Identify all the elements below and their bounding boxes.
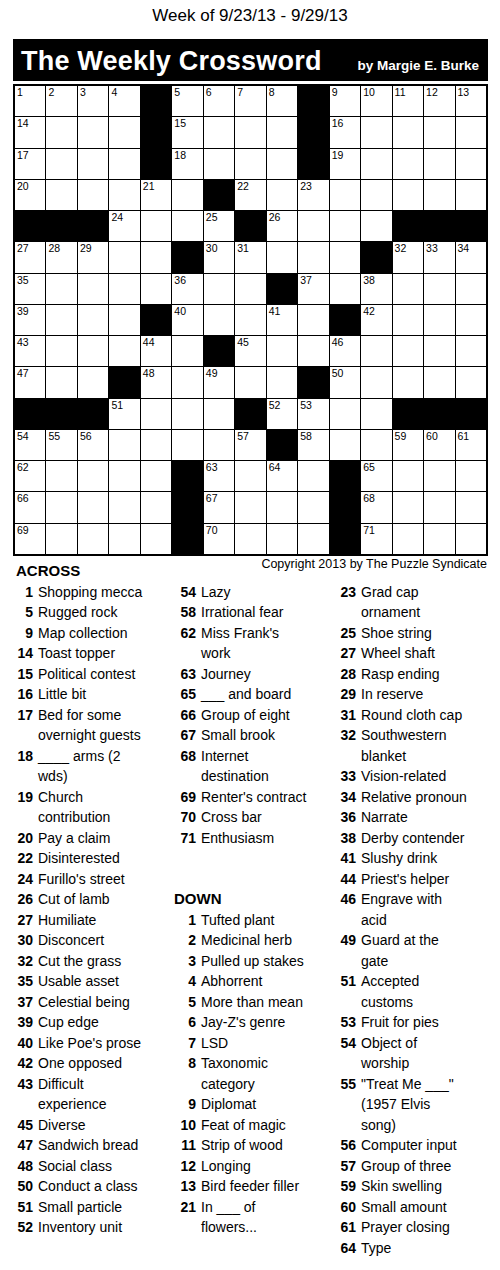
- cell-r9c11[interactable]: 46: [330, 336, 360, 366]
- cell-r2c7[interactable]: [204, 117, 234, 147]
- cell-r6c5[interactable]: [141, 242, 171, 272]
- clue-number: 32: [16, 951, 33, 972]
- clue-number: 32: [334, 725, 356, 766]
- cell-r9c2[interactable]: [46, 336, 76, 366]
- cell-r11c5[interactable]: [141, 399, 171, 429]
- cell-r11c10[interactable]: 53: [298, 399, 328, 429]
- cell-r1c7[interactable]: 6: [204, 86, 234, 116]
- cell-r4c13[interactable]: [393, 180, 423, 210]
- cell-r1c15[interactable]: 13: [456, 86, 486, 116]
- cell-number: 53: [300, 399, 312, 412]
- cell-r14c1[interactable]: 66: [15, 492, 45, 522]
- cell-r9c6[interactable]: [172, 336, 202, 366]
- clue-number: 59: [334, 1176, 356, 1197]
- cell-r14c15[interactable]: [456, 492, 486, 522]
- clue-text: Abhorrent: [201, 971, 310, 992]
- cell-r6c1[interactable]: 27: [15, 242, 45, 272]
- cell-r8c2[interactable]: [46, 305, 76, 335]
- cell-r15c5[interactable]: [141, 524, 171, 554]
- cell-r8c14[interactable]: [424, 305, 454, 335]
- cell-r1c13[interactable]: 11: [393, 86, 423, 116]
- cell-r3c14[interactable]: [424, 149, 454, 179]
- cell-r14c13[interactable]: [393, 492, 423, 522]
- cell-r3c12[interactable]: [361, 149, 391, 179]
- clue-across-40: 40Like Poe's prose: [16, 1033, 150, 1054]
- clue-text: More than mean: [201, 992, 310, 1013]
- cell-r4c6[interactable]: [172, 180, 202, 210]
- clue-number: 65: [174, 684, 196, 705]
- clue-number: 2: [174, 930, 196, 951]
- cell-r13c14[interactable]: [424, 461, 454, 491]
- cell-r12c12[interactable]: [361, 430, 391, 460]
- cell-r15c2[interactable]: [46, 524, 76, 554]
- clue-text: Small amount: [361, 1197, 468, 1218]
- cell-r6c13[interactable]: 32: [393, 242, 423, 272]
- cell-r3c3[interactable]: [78, 149, 108, 179]
- cell-r14c8[interactable]: [235, 492, 265, 522]
- cell-r13c8[interactable]: [235, 461, 265, 491]
- cell-number: 52: [269, 399, 281, 412]
- clue-text: Conduct a class: [38, 1176, 150, 1197]
- cell-r2c14[interactable]: [424, 117, 454, 147]
- clue-across-70: 70Cross bar: [174, 807, 310, 828]
- cell-r12c4[interactable]: [109, 430, 139, 460]
- clue-across-54: 54Lazy: [174, 582, 310, 603]
- cell-r8c9[interactable]: 41: [267, 305, 297, 335]
- cell-r12c15[interactable]: 61: [456, 430, 486, 460]
- clue-across-47: 47Sandwich bread: [16, 1135, 150, 1156]
- cell-r6c14[interactable]: 33: [424, 242, 454, 272]
- cell-r1c4[interactable]: 4: [109, 86, 139, 116]
- cell-r15c7[interactable]: 70: [204, 524, 234, 554]
- cell-r1c6[interactable]: 5: [172, 86, 202, 116]
- cell-number: 61: [458, 430, 470, 443]
- clue-down-57: 57Group of three: [334, 1156, 468, 1177]
- cell-r15c8[interactable]: [235, 524, 265, 554]
- cell-number: 37: [300, 274, 312, 287]
- cell-r2c6[interactable]: 15: [172, 117, 202, 147]
- cell-r3c15[interactable]: [456, 149, 486, 179]
- clue-text: Little bit: [38, 684, 150, 705]
- cell-r4c11[interactable]: [330, 180, 360, 210]
- cell-r14c4[interactable]: [109, 492, 139, 522]
- cell-r14c14[interactable]: [424, 492, 454, 522]
- cell-r14c5[interactable]: [141, 492, 171, 522]
- clue-text: Journey: [201, 664, 310, 685]
- cell-r5c7[interactable]: 25: [204, 211, 234, 241]
- cell-r7c5[interactable]: [141, 274, 171, 304]
- cell-r6c8[interactable]: 31: [235, 242, 265, 272]
- clue-down-12: 12Longing: [174, 1156, 310, 1177]
- clue-text: Group of three: [361, 1156, 468, 1177]
- clue-down-4: 4Abhorrent: [174, 971, 310, 992]
- clue-down-38: 38Derby contender: [334, 828, 468, 849]
- cell-r8c7[interactable]: [204, 305, 234, 335]
- clue-down-29: 29In reserve: [334, 684, 468, 705]
- black-cell-r5c13: [393, 211, 423, 241]
- cell-r9c10[interactable]: [298, 336, 328, 366]
- cell-r10c3[interactable]: [78, 367, 108, 397]
- cell-r6c11[interactable]: [330, 242, 360, 272]
- cell-r15c15[interactable]: [456, 524, 486, 554]
- cell-r12c13[interactable]: 59: [393, 430, 423, 460]
- cell-number: 64: [269, 461, 281, 474]
- clue-number: 62: [174, 623, 196, 664]
- clue-number: 29: [334, 684, 356, 705]
- clue-number: 35: [16, 971, 33, 992]
- cell-r2c3[interactable]: [78, 117, 108, 147]
- cell-r9c1[interactable]: 43: [15, 336, 45, 366]
- cell-r10c12[interactable]: [361, 367, 391, 397]
- cell-r14c10[interactable]: [298, 492, 328, 522]
- cell-r15c3[interactable]: [78, 524, 108, 554]
- cell-r7c8[interactable]: [235, 274, 265, 304]
- cell-r6c15[interactable]: 34: [456, 242, 486, 272]
- cell-r9c8[interactable]: 45: [235, 336, 265, 366]
- clue-across-1: 1Shopping mecca: [16, 582, 150, 603]
- cell-r10c5[interactable]: 48: [141, 367, 171, 397]
- clue-number: 64: [334, 1238, 356, 1259]
- cell-r8c12[interactable]: 42: [361, 305, 391, 335]
- clue-column-2: 54Lazy58Irrational fear62Miss Frank's wo…: [174, 561, 310, 1238]
- cell-r4c10[interactable]: 23: [298, 180, 328, 210]
- cell-r3c8[interactable]: [235, 149, 265, 179]
- cell-r9c9[interactable]: [267, 336, 297, 366]
- black-cell-r11c13: [393, 399, 423, 429]
- cell-r7c1[interactable]: 35: [15, 274, 45, 304]
- clue-text: Inventory unit: [38, 1217, 150, 1238]
- cell-r8c15[interactable]: [456, 305, 486, 335]
- cell-r14c2[interactable]: [46, 492, 76, 522]
- cell-r10c9[interactable]: [267, 367, 297, 397]
- cell-r7c13[interactable]: [393, 274, 423, 304]
- clue-down-10: 10Feat of magic: [174, 1115, 310, 1136]
- title-bar: The Weekly Crossword by Margie E. Burke: [13, 39, 488, 81]
- clue-text: ___ and board: [201, 684, 310, 705]
- clue-text: Slushy drink: [361, 848, 468, 869]
- cell-r2c1[interactable]: 14: [15, 117, 45, 147]
- cell-r7c10[interactable]: 37: [298, 274, 328, 304]
- clue-across-48: 48Social class: [16, 1156, 150, 1177]
- black-cell-r12c9: [267, 430, 297, 460]
- cell-r12c11[interactable]: [330, 430, 360, 460]
- cell-r14c12[interactable]: 68: [361, 492, 391, 522]
- clue-text: Relative pronoun: [361, 787, 468, 808]
- cell-r2c2[interactable]: [46, 117, 76, 147]
- cell-r2c15[interactable]: [456, 117, 486, 147]
- cell-r4c2[interactable]: [46, 180, 76, 210]
- cell-r7c2[interactable]: [46, 274, 76, 304]
- cell-number: 56: [80, 430, 92, 443]
- cell-number: 54: [17, 430, 29, 443]
- cell-r12c14[interactable]: 60: [424, 430, 454, 460]
- cell-r15c12[interactable]: 71: [361, 524, 391, 554]
- cell-r1c3[interactable]: 3: [78, 86, 108, 116]
- clue-text: Small particle: [38, 1197, 150, 1218]
- cell-r2c13[interactable]: [393, 117, 423, 147]
- clue-text: Accepted customs: [361, 971, 468, 1012]
- cell-r9c14[interactable]: [424, 336, 454, 366]
- clue-across-18: 18____ arms (2 wds): [16, 746, 150, 787]
- cell-number: 68: [363, 492, 375, 505]
- cell-r15c9[interactable]: [267, 524, 297, 554]
- clue-number: 52: [16, 1217, 33, 1238]
- cell-r8c4[interactable]: [109, 305, 139, 335]
- cell-r10c2[interactable]: [46, 367, 76, 397]
- cell-number: 45: [237, 336, 249, 349]
- cell-r9c15[interactable]: [456, 336, 486, 366]
- clue-text: Renter's contract: [201, 787, 310, 808]
- clue-text: Wheel shaft: [361, 643, 468, 664]
- cell-r10c1[interactable]: 47: [15, 367, 45, 397]
- cell-r6c3[interactable]: 29: [78, 242, 108, 272]
- clue-number: 34: [334, 787, 356, 808]
- black-cell-r11c2: [46, 399, 76, 429]
- clue-text: In ___ of flowers...: [201, 1197, 310, 1238]
- cell-r12c3[interactable]: 56: [78, 430, 108, 460]
- cell-r1c12[interactable]: 10: [361, 86, 391, 116]
- clue-text: Internet destination: [201, 746, 310, 787]
- cell-r7c12[interactable]: 38: [361, 274, 391, 304]
- cell-r4c14[interactable]: [424, 180, 454, 210]
- cell-r11c11[interactable]: [330, 399, 360, 429]
- cell-r15c10[interactable]: [298, 524, 328, 554]
- cell-r6c2[interactable]: 28: [46, 242, 76, 272]
- black-cell-r8c11: [330, 305, 360, 335]
- clue-text: Disinterested: [38, 848, 150, 869]
- clue-text: Fruit for pies: [361, 1012, 468, 1033]
- cell-r6c9[interactable]: [267, 242, 297, 272]
- cell-number: 70: [206, 524, 218, 537]
- cell-r8c10[interactable]: [298, 305, 328, 335]
- cell-r3c7[interactable]: [204, 149, 234, 179]
- cell-r4c5[interactable]: 21: [141, 180, 171, 210]
- cell-r7c15[interactable]: [456, 274, 486, 304]
- cell-r12c7[interactable]: [204, 430, 234, 460]
- clue-down-60: 60Small amount: [334, 1197, 468, 1218]
- cell-r11c9[interactable]: 52: [267, 399, 297, 429]
- black-cell-r3c5: [141, 149, 171, 179]
- cell-r9c13[interactable]: [393, 336, 423, 366]
- cell-number: 12: [426, 86, 438, 99]
- cell-number: 63: [206, 461, 218, 474]
- cell-r13c1[interactable]: 62: [15, 461, 45, 491]
- cell-r2c4[interactable]: [109, 117, 139, 147]
- cell-r12c8[interactable]: 57: [235, 430, 265, 460]
- cell-r13c2[interactable]: [46, 461, 76, 491]
- cell-r8c13[interactable]: [393, 305, 423, 335]
- cell-r12c1[interactable]: 54: [15, 430, 45, 460]
- clue-across-32: 32Cut the grass: [16, 951, 150, 972]
- clue-number: 21: [174, 1197, 196, 1238]
- clue-down-51: 51Accepted customs: [334, 971, 468, 1012]
- cell-r1c1[interactable]: 1: [15, 86, 45, 116]
- cell-number: 14: [17, 117, 29, 130]
- cell-r3c9[interactable]: [267, 149, 297, 179]
- cell-r12c5[interactable]: [141, 430, 171, 460]
- clue-across-50: 50Conduct a class: [16, 1176, 150, 1197]
- cell-number: 29: [80, 242, 92, 255]
- black-cell-r5c15: [456, 211, 486, 241]
- cell-r1c14[interactable]: 12: [424, 86, 454, 116]
- cell-r4c15[interactable]: [456, 180, 486, 210]
- cell-r13c3[interactable]: [78, 461, 108, 491]
- clue-text: Small brook: [201, 725, 310, 746]
- cell-r13c12[interactable]: 65: [361, 461, 391, 491]
- cell-r15c1[interactable]: 69: [15, 524, 45, 554]
- clue-text: Disconcert: [38, 930, 150, 951]
- cell-r13c13[interactable]: [393, 461, 423, 491]
- cell-r4c3[interactable]: [78, 180, 108, 210]
- cell-r10c8[interactable]: [235, 367, 265, 397]
- cell-r9c3[interactable]: [78, 336, 108, 366]
- clue-number: 14: [16, 643, 33, 664]
- black-cell-r9c7: [204, 336, 234, 366]
- clue-text: Celestial being: [38, 992, 150, 1013]
- clue-text: Grad cap ornament: [361, 582, 468, 623]
- cell-r8c1[interactable]: 39: [15, 305, 45, 335]
- cell-r1c9[interactable]: 8: [267, 86, 297, 116]
- cell-r15c13[interactable]: [393, 524, 423, 554]
- cell-r13c9[interactable]: 64: [267, 461, 297, 491]
- cell-r3c6[interactable]: 18: [172, 149, 202, 179]
- cell-r3c11[interactable]: 19: [330, 149, 360, 179]
- cell-r13c10[interactable]: [298, 461, 328, 491]
- cell-r13c7[interactable]: 63: [204, 461, 234, 491]
- clue-across-26: 26Cut of lamb: [16, 889, 150, 910]
- cell-number: 16: [332, 117, 344, 130]
- black-cell-r3c10: [298, 149, 328, 179]
- cell-r5c12[interactable]: [361, 211, 391, 241]
- black-cell-r11c15: [456, 399, 486, 429]
- cell-number: 19: [332, 149, 344, 162]
- cell-r12c6[interactable]: [172, 430, 202, 460]
- cell-number: 60: [426, 430, 438, 443]
- black-cell-r5c14: [424, 211, 454, 241]
- cell-r5c6[interactable]: [172, 211, 202, 241]
- cell-r11c7[interactable]: [204, 399, 234, 429]
- clue-number: 37: [16, 992, 33, 1013]
- cell-r9c4[interactable]: [109, 336, 139, 366]
- cell-r7c11[interactable]: [330, 274, 360, 304]
- cell-r4c4[interactable]: [109, 180, 139, 210]
- cell-r7c6[interactable]: 36: [172, 274, 202, 304]
- cell-r3c13[interactable]: [393, 149, 423, 179]
- cell-number: 18: [174, 149, 186, 162]
- cell-r13c5[interactable]: [141, 461, 171, 491]
- cell-r4c1[interactable]: 20: [15, 180, 45, 210]
- cell-r7c3[interactable]: [78, 274, 108, 304]
- cell-r7c7[interactable]: [204, 274, 234, 304]
- cell-r2c8[interactable]: [235, 117, 265, 147]
- cell-r10c7[interactable]: 49: [204, 367, 234, 397]
- cell-r4c9[interactable]: [267, 180, 297, 210]
- clue-text: Miss Frank's work: [201, 623, 310, 664]
- cell-r1c11[interactable]: 9: [330, 86, 360, 116]
- clue-text: Guard at the gate: [361, 930, 468, 971]
- cell-number: 66: [17, 492, 29, 505]
- clue-down-41: 41Slushy drink: [334, 848, 468, 869]
- cell-r1c2[interactable]: 2: [46, 86, 76, 116]
- cell-r8c8[interactable]: [235, 305, 265, 335]
- cell-r2c11[interactable]: 16: [330, 117, 360, 147]
- cell-r11c4[interactable]: 51: [109, 399, 139, 429]
- cell-r2c12[interactable]: [361, 117, 391, 147]
- clue-number: 6: [174, 1012, 196, 1033]
- cell-number: 51: [111, 399, 123, 412]
- black-cell-r5c8: [235, 211, 265, 241]
- clue-text: Pulled up stakes: [201, 951, 310, 972]
- cell-r9c12[interactable]: [361, 336, 391, 366]
- clue-number: 50: [16, 1176, 33, 1197]
- clue-number: 43: [16, 1074, 33, 1115]
- cell-r1c8[interactable]: 7: [235, 86, 265, 116]
- cell-r13c15[interactable]: [456, 461, 486, 491]
- cell-r3c2[interactable]: [46, 149, 76, 179]
- cell-r6c7[interactable]: 30: [204, 242, 234, 272]
- cell-r12c2[interactable]: 55: [46, 430, 76, 460]
- cell-r15c4[interactable]: [109, 524, 139, 554]
- clue-across-24: 24Furillo's street: [16, 869, 150, 890]
- cell-r6c4[interactable]: [109, 242, 139, 272]
- cell-number: 32: [395, 242, 407, 255]
- cell-r5c9[interactable]: 26: [267, 211, 297, 241]
- cell-r7c4[interactable]: [109, 274, 139, 304]
- clue-down-34: 34Relative pronoun: [334, 787, 468, 808]
- cell-r8c3[interactable]: [78, 305, 108, 335]
- cell-r3c4[interactable]: [109, 149, 139, 179]
- cell-number: 28: [48, 242, 60, 255]
- clue-down-13: 13Bird feeder filler: [174, 1176, 310, 1197]
- cell-r11c12[interactable]: [361, 399, 391, 429]
- cell-r5c10[interactable]: [298, 211, 328, 241]
- cell-r13c4[interactable]: [109, 461, 139, 491]
- cell-r2c9[interactable]: [267, 117, 297, 147]
- cell-r4c12[interactable]: [361, 180, 391, 210]
- clue-across-30: 30Disconcert: [16, 930, 150, 951]
- cell-r5c11[interactable]: [330, 211, 360, 241]
- cell-r4c8[interactable]: 22: [235, 180, 265, 210]
- clue-number: 51: [16, 1197, 33, 1218]
- cell-r14c9[interactable]: [267, 492, 297, 522]
- clue-across-62: 62Miss Frank's work: [174, 623, 310, 664]
- cell-r7c14[interactable]: [424, 274, 454, 304]
- clue-down-23: 23Grad cap ornament: [334, 582, 468, 623]
- cell-r15c14[interactable]: [424, 524, 454, 554]
- clue-text: Cross bar: [201, 807, 310, 828]
- cell-number: 25: [206, 211, 218, 224]
- cell-r6c10[interactable]: [298, 242, 328, 272]
- cell-r5c5[interactable]: [141, 211, 171, 241]
- cell-r10c14[interactable]: [424, 367, 454, 397]
- cell-r10c6[interactable]: [172, 367, 202, 397]
- cell-r14c7[interactable]: 67: [204, 492, 234, 522]
- cell-r9c5[interactable]: 44: [141, 336, 171, 366]
- cell-r14c3[interactable]: [78, 492, 108, 522]
- clue-number: 68: [174, 746, 196, 787]
- cell-r11c6[interactable]: [172, 399, 202, 429]
- cell-r3c1[interactable]: 17: [15, 149, 45, 179]
- black-cell-r14c11: [330, 492, 360, 522]
- cell-r5c4[interactable]: 24: [109, 211, 139, 241]
- clue-down-55: 55"Treat Me ___" (1957 Elvis song): [334, 1074, 468, 1136]
- cell-r12c10[interactable]: 58: [298, 430, 328, 460]
- cell-r10c11[interactable]: 50: [330, 367, 360, 397]
- cell-r10c15[interactable]: [456, 367, 486, 397]
- cell-r8c6[interactable]: 40: [172, 305, 202, 335]
- cell-r10c13[interactable]: [393, 367, 423, 397]
- cell-number: 55: [48, 430, 60, 443]
